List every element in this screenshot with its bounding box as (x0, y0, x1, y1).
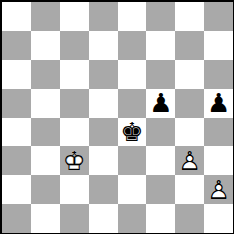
square-e1[interactable] (118, 204, 147, 233)
square-c7[interactable] (60, 31, 89, 60)
square-g8[interactable] (175, 2, 204, 31)
square-a7[interactable] (2, 31, 31, 60)
square-d8[interactable] (89, 2, 118, 31)
square-h7[interactable] (204, 31, 233, 60)
square-e2[interactable] (118, 175, 147, 204)
square-a3[interactable] (2, 146, 31, 175)
square-b5[interactable] (31, 89, 60, 118)
square-g3[interactable]: ♟♙ (175, 146, 204, 175)
square-h8[interactable] (204, 2, 233, 31)
square-d5[interactable] (89, 89, 118, 118)
square-e8[interactable] (118, 2, 147, 31)
square-c3[interactable]: ♚♔ (60, 146, 89, 175)
square-a6[interactable] (2, 60, 31, 89)
square-e4[interactable]: ♚ (118, 118, 147, 147)
square-g4[interactable] (175, 118, 204, 147)
square-f6[interactable] (146, 60, 175, 89)
piece-black-pawn[interactable]: ♟ (204, 89, 233, 118)
square-h1[interactable] (204, 204, 233, 233)
square-h4[interactable] (204, 118, 233, 147)
square-f4[interactable] (146, 118, 175, 147)
square-d2[interactable] (89, 175, 118, 204)
square-c5[interactable] (60, 89, 89, 118)
square-h2[interactable]: ♟♙ (204, 175, 233, 204)
square-a2[interactable] (2, 175, 31, 204)
square-b4[interactable] (31, 118, 60, 147)
square-a5[interactable] (2, 89, 31, 118)
square-c6[interactable] (60, 60, 89, 89)
square-g6[interactable] (175, 60, 204, 89)
square-e7[interactable] (118, 31, 147, 60)
square-f2[interactable] (146, 175, 175, 204)
white-pawn-icon: ♙ (204, 175, 233, 204)
chess-board: ♟♟♚♚♔♟♙♟♙ (0, 0, 234, 234)
square-g1[interactable] (175, 204, 204, 233)
piece-white-pawn[interactable]: ♟♙ (175, 146, 204, 175)
square-a4[interactable] (2, 118, 31, 147)
black-pawn-icon: ♟ (146, 89, 175, 118)
square-g7[interactable] (175, 31, 204, 60)
square-c8[interactable] (60, 2, 89, 31)
piece-black-pawn[interactable]: ♟ (146, 89, 175, 118)
square-b3[interactable] (31, 146, 60, 175)
square-e6[interactable] (118, 60, 147, 89)
square-d3[interactable] (89, 146, 118, 175)
black-king-icon: ♚ (118, 118, 147, 147)
white-pawn-icon: ♙ (175, 146, 204, 175)
square-e3[interactable] (118, 146, 147, 175)
square-f5[interactable]: ♟ (146, 89, 175, 118)
square-b7[interactable] (31, 31, 60, 60)
square-b8[interactable] (31, 2, 60, 31)
square-f8[interactable] (146, 2, 175, 31)
square-f7[interactable] (146, 31, 175, 60)
square-b1[interactable] (31, 204, 60, 233)
square-b2[interactable] (31, 175, 60, 204)
piece-white-king[interactable]: ♚♔ (60, 146, 89, 175)
piece-black-king[interactable]: ♚ (118, 118, 147, 147)
square-d7[interactable] (89, 31, 118, 60)
square-h3[interactable] (204, 146, 233, 175)
piece-white-pawn[interactable]: ♟♙ (204, 175, 233, 204)
square-d4[interactable] (89, 118, 118, 147)
square-h6[interactable] (204, 60, 233, 89)
square-c2[interactable] (60, 175, 89, 204)
square-c1[interactable] (60, 204, 89, 233)
square-g5[interactable] (175, 89, 204, 118)
square-c4[interactable] (60, 118, 89, 147)
square-f1[interactable] (146, 204, 175, 233)
square-f3[interactable] (146, 146, 175, 175)
square-e5[interactable] (118, 89, 147, 118)
square-d1[interactable] (89, 204, 118, 233)
square-g2[interactable] (175, 175, 204, 204)
square-b6[interactable] (31, 60, 60, 89)
square-a8[interactable] (2, 2, 31, 31)
square-d6[interactable] (89, 60, 118, 89)
square-h5[interactable]: ♟ (204, 89, 233, 118)
white-king-icon: ♔ (60, 146, 89, 175)
square-a1[interactable] (2, 204, 31, 233)
black-pawn-icon: ♟ (204, 89, 233, 118)
